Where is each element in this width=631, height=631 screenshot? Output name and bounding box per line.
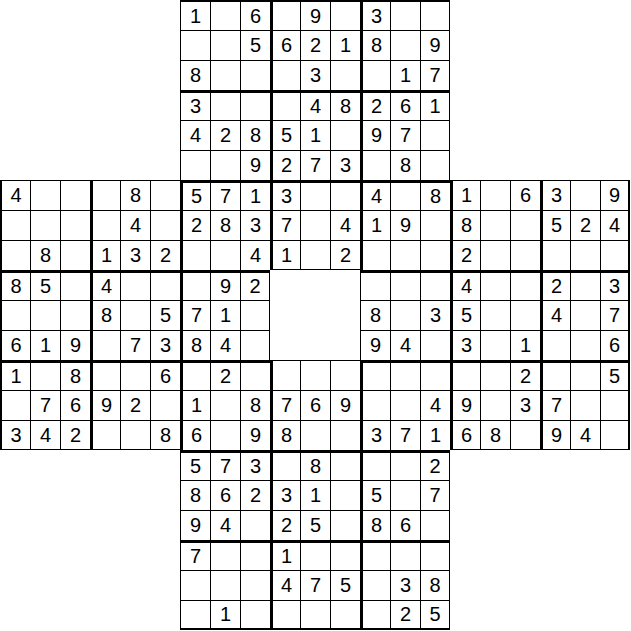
cell-r6-c16[interactable]: [480, 180, 510, 210]
given-digit-r7-c19: 2: [570, 210, 600, 240]
cell-r20-c1: [30, 600, 60, 630]
given-digit-r7-c12: 1: [360, 210, 390, 240]
cell-r3-c9[interactable]: [270, 90, 300, 120]
cell-r9-c5[interactable]: [150, 270, 180, 300]
cell-r5-c19: [570, 150, 600, 180]
cell-r18-c8[interactable]: [240, 540, 270, 570]
given-digit-r6-c17: 6: [510, 180, 540, 210]
cell-r1-c19: [570, 30, 600, 60]
cell-r18-c4: [120, 540, 150, 570]
given-digit-r5-c10: 7: [300, 150, 330, 180]
cell-r4-c2: [60, 120, 90, 150]
given-digit-r2-c13: 1: [390, 60, 420, 90]
given-digit-r16-c6: 8: [180, 480, 210, 510]
cell-r3-c8[interactable]: [240, 90, 270, 120]
cell-r1-c20: [600, 30, 630, 60]
cell-r14-c11[interactable]: [330, 420, 360, 450]
cell-r5-c2: [60, 150, 90, 180]
given-digit-r6-c8: 1: [240, 180, 270, 210]
given-digit-r6-c4: 8: [120, 180, 150, 210]
given-digit-r6-c15: 1: [450, 180, 480, 210]
cell-r1-c7[interactable]: [210, 30, 240, 60]
cell-r12-c14[interactable]: [420, 360, 450, 390]
given-digit-r0-c8: 6: [240, 0, 270, 30]
cell-r3-c2: [60, 90, 90, 120]
given-digit-r4-c6: 4: [180, 120, 210, 150]
cell-r7-c0[interactable]: [0, 210, 30, 240]
cell-r0-c7[interactable]: [210, 0, 240, 30]
cell-r16-c11[interactable]: [330, 480, 360, 510]
cell-r6-c19[interactable]: [570, 180, 600, 210]
cell-r15-c20: [600, 450, 630, 480]
cell-r15-c13[interactable]: [390, 450, 420, 480]
cell-r3-c20: [600, 90, 630, 120]
given-digit-r7-c18: 5: [540, 210, 570, 240]
given-digit-r15-c10: 8: [300, 450, 330, 480]
cell-r8-c0[interactable]: [0, 240, 30, 270]
cell-r7-c14[interactable]: [420, 210, 450, 240]
cell-r18-c18: [540, 540, 570, 570]
cell-r1-c0: [0, 30, 30, 60]
cell-r11-c19[interactable]: [570, 330, 600, 360]
given-digit-r1-c12: 8: [360, 30, 390, 60]
cell-r8-c17[interactable]: [510, 240, 540, 270]
cell-r2-c1: [30, 60, 60, 90]
cell-r6-c2[interactable]: [60, 180, 90, 210]
cell-r18-c20: [600, 540, 630, 570]
cell-r11-c8[interactable]: [240, 330, 270, 360]
cell-r12-c6[interactable]: [180, 360, 210, 390]
cell-r9-c6[interactable]: [180, 270, 210, 300]
cell-r11-c16[interactable]: [480, 330, 510, 360]
cell-r2-c4: [120, 60, 150, 90]
cell-r5-c4: [120, 150, 150, 180]
cell-r18-c5: [150, 540, 180, 570]
cell-r9-c4[interactable]: [120, 270, 150, 300]
cell-r16-c0: [0, 480, 30, 510]
given-digit-r11-c7: 4: [210, 330, 240, 360]
given-digit-r8-c9: 1: [270, 240, 300, 270]
cell-r13-c7[interactable]: [210, 390, 240, 420]
cell-r3-c16: [480, 90, 510, 120]
cell-r0-c1: [30, 0, 60, 30]
given-digit-r14-c5: 8: [150, 420, 180, 450]
cell-r10-c2[interactable]: [60, 300, 90, 330]
cell-r4-c15: [450, 120, 480, 150]
cell-r9-c19[interactable]: [570, 270, 600, 300]
cell-r10-c17[interactable]: [510, 300, 540, 330]
cell-r11-c18[interactable]: [540, 330, 570, 360]
cell-r2-c20: [600, 60, 630, 90]
cell-r13-c16[interactable]: [480, 390, 510, 420]
given-digit-r17-c12: 8: [360, 510, 390, 540]
cell-r2-c19: [570, 60, 600, 90]
cell-r4-c1: [30, 120, 60, 150]
given-digit-r4-c8: 8: [240, 120, 270, 150]
cell-r7-c17[interactable]: [510, 210, 540, 240]
cell-r6-c11[interactable]: [330, 180, 360, 210]
cell-r11-c14[interactable]: [420, 330, 450, 360]
cell-r9-c16[interactable]: [480, 270, 510, 300]
given-digit-r17-c9: 2: [270, 510, 300, 540]
cell-r7-c16[interactable]: [480, 210, 510, 240]
cell-r8-c13[interactable]: [390, 240, 420, 270]
cell-r20-c4: [120, 600, 150, 630]
cell-r17-c18: [540, 510, 570, 540]
cell-r8-c18[interactable]: [540, 240, 570, 270]
cell-r10-c13[interactable]: [390, 300, 420, 330]
cell-r8-c2[interactable]: [60, 240, 90, 270]
given-digit-r1-c10: 2: [300, 30, 330, 60]
cell-r4-c14[interactable]: [420, 120, 450, 150]
given-digit-r4-c9: 5: [270, 120, 300, 150]
cell-r12-c8[interactable]: [240, 360, 270, 390]
cell-r16-c1: [30, 480, 60, 510]
given-digit-r16-c7: 6: [210, 480, 240, 510]
cell-r15-c17: [510, 450, 540, 480]
given-digit-r11-c0: 6: [0, 330, 30, 360]
given-digit-r6-c7: 7: [210, 180, 240, 210]
cell-r12-c1[interactable]: [30, 360, 60, 390]
cell-r17-c8[interactable]: [240, 510, 270, 540]
cell-r0-c5: [150, 0, 180, 30]
cell-r18-c14[interactable]: [420, 540, 450, 570]
cell-r2-c7[interactable]: [210, 60, 240, 90]
given-digit-r16-c12: 5: [360, 480, 390, 510]
cell-r15-c12[interactable]: [360, 450, 390, 480]
cell-r5-c16: [480, 150, 510, 180]
given-digit-r20-c7: 1: [210, 600, 240, 630]
given-digit-r2-c10: 3: [300, 60, 330, 90]
given-digit-r10-c3: 8: [90, 300, 120, 330]
cell-r4-c17: [510, 120, 540, 150]
cell-r20-c17: [510, 600, 540, 630]
cell-r15-c2: [60, 450, 90, 480]
given-digit-r15-c8: 3: [240, 450, 270, 480]
cell-r20-c10[interactable]: [300, 600, 330, 630]
cell-r20-c12[interactable]: [360, 600, 390, 630]
cell-r13-c13[interactable]: [390, 390, 420, 420]
cell-r3-c4: [120, 90, 150, 120]
cell-r15-c18: [540, 450, 570, 480]
cell-r14-c4[interactable]: [120, 420, 150, 450]
cell-r7-c5[interactable]: [150, 210, 180, 240]
cell-r7-c2[interactable]: [60, 210, 90, 240]
given-digit-r13-c15: 9: [450, 390, 480, 420]
cell-r9-c9: [270, 270, 300, 300]
given-digit-r4-c13: 7: [390, 120, 420, 150]
cell-r0-c11[interactable]: [330, 0, 360, 30]
cell-r14-c17[interactable]: [510, 420, 540, 450]
cell-r8-c14[interactable]: [420, 240, 450, 270]
cell-r5-c18: [540, 150, 570, 180]
cell-r20-c9[interactable]: [270, 600, 300, 630]
given-digit-r8-c4: 3: [120, 240, 150, 270]
cell-r10-c19[interactable]: [570, 300, 600, 330]
cell-r7-c10[interactable]: [300, 210, 330, 240]
cell-r2-c9[interactable]: [270, 60, 300, 90]
given-digit-r1-c14: 9: [420, 30, 450, 60]
cell-r2-c11[interactable]: [330, 60, 360, 90]
given-digit-r9-c7: 9: [210, 270, 240, 300]
cell-r6-c3[interactable]: [90, 180, 120, 210]
cell-r6-c10[interactable]: [300, 180, 330, 210]
cell-r6-c13[interactable]: [390, 180, 420, 210]
cell-r0-c0: [0, 0, 30, 30]
cell-r5-c12[interactable]: [360, 150, 390, 180]
cell-r20-c6[interactable]: [180, 600, 210, 630]
given-digit-r6-c12: 4: [360, 180, 390, 210]
cell-r10-c9: [270, 300, 300, 330]
cell-r4-c3: [90, 120, 120, 150]
cell-r20-c16: [480, 600, 510, 630]
cell-r11-c11: [330, 330, 360, 360]
cell-r20-c8[interactable]: [240, 600, 270, 630]
given-digit-r13-c11: 9: [330, 390, 360, 420]
cell-r17-c2: [60, 510, 90, 540]
cell-r17-c4: [120, 510, 150, 540]
cell-r5-c5: [150, 150, 180, 180]
cell-r8-c19[interactable]: [570, 240, 600, 270]
cell-r15-c19: [570, 450, 600, 480]
cell-r5-c1: [30, 150, 60, 180]
given-digit-r8-c1: 8: [30, 240, 60, 270]
cell-r0-c14[interactable]: [420, 0, 450, 30]
given-digit-r11-c12: 9: [360, 330, 390, 360]
cell-r15-c5: [150, 450, 180, 480]
cell-r2-c15: [450, 60, 480, 90]
cell-r17-c1: [30, 510, 60, 540]
cell-r18-c0: [0, 540, 30, 570]
given-digit-r9-c1: 5: [30, 270, 60, 300]
cell-r14-c7[interactable]: [210, 420, 240, 450]
cell-r10-c8[interactable]: [240, 300, 270, 330]
cell-r18-c16: [480, 540, 510, 570]
given-digit-r7-c9: 7: [270, 210, 300, 240]
cell-r9-c12[interactable]: [360, 270, 390, 300]
sudoku-board: 1693562189831734826142851979273848571348…: [0, 0, 630, 630]
given-digit-r12-c2: 8: [60, 360, 90, 390]
cell-r9-c14[interactable]: [420, 270, 450, 300]
given-digit-r20-c13: 2: [390, 600, 420, 630]
cell-r10-c16[interactable]: [480, 300, 510, 330]
cell-r1-c4: [120, 30, 150, 60]
given-digit-r3-c10: 4: [300, 90, 330, 120]
given-digit-r14-c0: 3: [0, 420, 30, 450]
cell-r6-c1[interactable]: [30, 180, 60, 210]
given-digit-r12-c20: 5: [600, 360, 630, 390]
given-digit-r18-c6: 7: [180, 540, 210, 570]
cell-r10-c1[interactable]: [30, 300, 60, 330]
cell-r15-c11[interactable]: [330, 450, 360, 480]
given-digit-r14-c15: 6: [450, 420, 480, 450]
cell-r13-c0[interactable]: [0, 390, 30, 420]
cell-r8-c6[interactable]: [180, 240, 210, 270]
given-digit-r11-c1: 1: [30, 330, 60, 360]
cell-r17-c16: [480, 510, 510, 540]
given-digit-r1-c11: 1: [330, 30, 360, 60]
given-digit-r16-c14: 7: [420, 480, 450, 510]
cell-r12-c19[interactable]: [570, 360, 600, 390]
cell-r12-c10[interactable]: [300, 360, 330, 390]
cell-r0-c13[interactable]: [390, 0, 420, 30]
cell-r17-c0: [0, 510, 30, 540]
given-digit-r13-c2: 6: [60, 390, 90, 420]
given-digit-r17-c13: 6: [390, 510, 420, 540]
cell-r12-c13[interactable]: [390, 360, 420, 390]
cell-r18-c1: [30, 540, 60, 570]
cell-r17-c19: [570, 510, 600, 540]
cell-r18-c17: [510, 540, 540, 570]
given-digit-r14-c13: 7: [390, 420, 420, 450]
cell-r8-c10[interactable]: [300, 240, 330, 270]
cell-r19-c17: [510, 570, 540, 600]
cell-r4-c0: [0, 120, 30, 150]
given-digit-r7-c7: 8: [210, 210, 240, 240]
cell-r11-c3[interactable]: [90, 330, 120, 360]
cell-r20-c11[interactable]: [330, 600, 360, 630]
cell-r18-c12[interactable]: [360, 540, 390, 570]
cell-r10-c4[interactable]: [120, 300, 150, 330]
given-digit-r17-c6: 9: [180, 510, 210, 540]
given-digit-r9-c15: 4: [450, 270, 480, 300]
cell-r9-c2[interactable]: [60, 270, 90, 300]
cell-r16-c3: [90, 480, 120, 510]
given-digit-r11-c4: 7: [120, 330, 150, 360]
given-digit-r17-c10: 5: [300, 510, 330, 540]
cell-r12-c11[interactable]: [330, 360, 360, 390]
cell-r6-c5[interactable]: [150, 180, 180, 210]
given-digit-r5-c11: 3: [330, 150, 360, 180]
cell-r20-c2: [60, 600, 90, 630]
cell-r14-c3[interactable]: [90, 420, 120, 450]
cell-r15-c4: [120, 450, 150, 480]
cell-r20-c5: [150, 600, 180, 630]
cell-r12-c12[interactable]: [360, 360, 390, 390]
cell-r16-c20: [600, 480, 630, 510]
cell-r19-c19: [570, 570, 600, 600]
samurai-sudoku-puzzle: 1693562189831734826142851979273848571348…: [0, 0, 631, 631]
cell-r8-c12[interactable]: [360, 240, 390, 270]
cell-r19-c5: [150, 570, 180, 600]
cell-r13-c20[interactable]: [600, 390, 630, 420]
cell-r12-c9[interactable]: [270, 360, 300, 390]
given-digit-r19-c11: 5: [330, 570, 360, 600]
cell-r12-c16[interactable]: [480, 360, 510, 390]
given-digit-r17-c7: 4: [210, 510, 240, 540]
cell-r17-c14[interactable]: [420, 510, 450, 540]
cell-r2-c5: [150, 60, 180, 90]
cell-r0-c18: [540, 0, 570, 30]
cell-r14-c20[interactable]: [600, 420, 630, 450]
cell-r19-c12[interactable]: [360, 570, 390, 600]
cell-r7-c1[interactable]: [30, 210, 60, 240]
cell-r2-c2: [60, 60, 90, 90]
given-digit-r7-c13: 9: [390, 210, 420, 240]
cell-r1-c6[interactable]: [180, 30, 210, 60]
cell-r8-c7[interactable]: [210, 240, 240, 270]
cell-r13-c12[interactable]: [360, 390, 390, 420]
cell-r4-c11[interactable]: [330, 120, 360, 150]
given-digit-r19-c13: 3: [390, 570, 420, 600]
cell-r18-c10[interactable]: [300, 540, 330, 570]
cell-r10-c0[interactable]: [0, 300, 30, 330]
given-digit-r14-c12: 3: [360, 420, 390, 450]
cell-r5-c6[interactable]: [180, 150, 210, 180]
cell-r2-c12[interactable]: [360, 60, 390, 90]
cell-r5-c0: [0, 150, 30, 180]
given-digit-r16-c8: 2: [240, 480, 270, 510]
cell-r3-c7[interactable]: [210, 90, 240, 120]
cell-r5-c20: [600, 150, 630, 180]
cell-r4-c19: [570, 120, 600, 150]
cell-r5-c15: [450, 150, 480, 180]
cell-r10-c10: [300, 300, 330, 330]
cell-r12-c3[interactable]: [90, 360, 120, 390]
cell-r18-c13[interactable]: [390, 540, 420, 570]
cell-r0-c19: [570, 0, 600, 30]
cell-r16-c13[interactable]: [390, 480, 420, 510]
given-digit-r13-c18: 7: [540, 390, 570, 420]
given-digit-r14-c9: 8: [270, 420, 300, 450]
cell-r2-c8[interactable]: [240, 60, 270, 90]
cell-r8-c16[interactable]: [480, 240, 510, 270]
cell-r12-c4[interactable]: [120, 360, 150, 390]
cell-r18-c11[interactable]: [330, 540, 360, 570]
cell-r13-c19[interactable]: [570, 390, 600, 420]
cell-r9-c17[interactable]: [510, 270, 540, 300]
cell-r19-c8[interactable]: [240, 570, 270, 600]
cell-r19-c7[interactable]: [210, 570, 240, 600]
cell-r4-c4: [120, 120, 150, 150]
cell-r3-c0: [0, 90, 30, 120]
cell-r10-c11: [330, 300, 360, 330]
cell-r17-c11[interactable]: [330, 510, 360, 540]
given-digit-r10-c12: 8: [360, 300, 390, 330]
cell-r1-c13[interactable]: [390, 30, 420, 60]
cell-r5-c7[interactable]: [210, 150, 240, 180]
cell-r3-c18: [540, 90, 570, 120]
cell-r0-c9[interactable]: [270, 0, 300, 30]
cell-r19-c0: [0, 570, 30, 600]
given-digit-r6-c20: 9: [600, 180, 630, 210]
given-digit-r10-c7: 1: [210, 300, 240, 330]
cell-r14-c10[interactable]: [300, 420, 330, 450]
given-digit-r10-c6: 7: [180, 300, 210, 330]
cell-r12-c18[interactable]: [540, 360, 570, 390]
cell-r1-c2: [60, 30, 90, 60]
cell-r3-c3: [90, 90, 120, 120]
cell-r12-c15[interactable]: [450, 360, 480, 390]
cell-r15-c16: [480, 450, 510, 480]
cell-r19-c6[interactable]: [180, 570, 210, 600]
cell-r18-c19: [570, 540, 600, 570]
given-digit-r1-c9: 6: [270, 30, 300, 60]
given-digit-r16-c10: 1: [300, 480, 330, 510]
cell-r5-c14[interactable]: [420, 150, 450, 180]
given-digit-r6-c14: 8: [420, 180, 450, 210]
cell-r18-c7[interactable]: [210, 540, 240, 570]
cell-r9-c11: [330, 270, 360, 300]
cell-r15-c9[interactable]: [270, 450, 300, 480]
given-digit-r6-c9: 3: [270, 180, 300, 210]
cell-r8-c20[interactable]: [600, 240, 630, 270]
cell-r3-c17: [510, 90, 540, 120]
cell-r7-c3[interactable]: [90, 210, 120, 240]
cell-r9-c13[interactable]: [390, 270, 420, 300]
cell-r20-c0: [0, 600, 30, 630]
cell-r13-c5[interactable]: [150, 390, 180, 420]
